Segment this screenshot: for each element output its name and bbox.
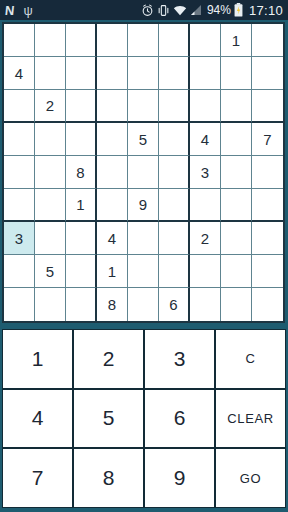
key-2[interactable]: 2: [73, 329, 144, 389]
cell-r5c8[interactable]: [221, 156, 252, 189]
key-clear[interactable]: CLEAR: [215, 389, 286, 449]
cell-r3c5[interactable]: [128, 90, 159, 123]
key-6[interactable]: 6: [144, 389, 215, 449]
cell-r2c3[interactable]: [66, 57, 97, 90]
cell-r8c1[interactable]: [4, 255, 35, 288]
usb-icon: ψ: [23, 4, 32, 17]
cell-r7c3[interactable]: [66, 222, 97, 255]
cell-r2c7[interactable]: [190, 57, 221, 90]
cell-r5c2[interactable]: [35, 156, 66, 189]
cell-r8c2[interactable]: 5: [35, 255, 66, 288]
cell-r2c2[interactable]: [35, 57, 66, 90]
cell-r1c8[interactable]: 1: [221, 24, 252, 57]
cell-r6c4[interactable]: [97, 189, 128, 222]
vibrate-icon: [157, 4, 170, 17]
cell-r8c9[interactable]: [252, 255, 283, 288]
key-3[interactable]: 3: [144, 329, 215, 389]
cell-r2c4[interactable]: [97, 57, 128, 90]
cell-r1c1[interactable]: [4, 24, 35, 57]
cell-r5c4[interactable]: [97, 156, 128, 189]
cell-r5c6[interactable]: [159, 156, 190, 189]
keypad-frame: 123C456CLEAR789GO: [0, 326, 288, 512]
cell-r8c8[interactable]: [221, 255, 252, 288]
cell-r1c4[interactable]: [97, 24, 128, 57]
cell-r6c8[interactable]: [221, 189, 252, 222]
cell-r9c4[interactable]: 8: [97, 288, 128, 321]
cell-r7c8[interactable]: [221, 222, 252, 255]
cell-r1c7[interactable]: [190, 24, 221, 57]
key-c[interactable]: C: [215, 329, 286, 389]
cell-r9c9[interactable]: [252, 288, 283, 321]
cell-r6c2[interactable]: [35, 189, 66, 222]
cell-r5c3[interactable]: 8: [66, 156, 97, 189]
board-frame: 14254783193425186: [0, 20, 288, 326]
cell-r5c9[interactable]: [252, 156, 283, 189]
key-go[interactable]: GO: [215, 448, 286, 508]
cell-r3c6[interactable]: [159, 90, 190, 123]
cell-r9c1[interactable]: [4, 288, 35, 321]
cell-r4c1[interactable]: [4, 123, 35, 156]
cell-r7c7[interactable]: 2: [190, 222, 221, 255]
cell-r2c8[interactable]: [221, 57, 252, 90]
wifi-icon: [173, 4, 187, 16]
cell-r8c4[interactable]: 1: [97, 255, 128, 288]
cell-r9c2[interactable]: [35, 288, 66, 321]
cell-r5c5[interactable]: [128, 156, 159, 189]
alarm-icon: [141, 4, 154, 17]
cell-r6c9[interactable]: [252, 189, 283, 222]
cell-r6c1[interactable]: [4, 189, 35, 222]
cell-r8c3[interactable]: [66, 255, 97, 288]
cell-r8c6[interactable]: [159, 255, 190, 288]
keypad: 123C456CLEAR789GO: [2, 329, 286, 508]
cell-r4c3[interactable]: [66, 123, 97, 156]
battery-icon: [234, 3, 243, 17]
cell-r2c5[interactable]: [128, 57, 159, 90]
cell-r4c9[interactable]: 7: [252, 123, 283, 156]
cell-r6c6[interactable]: [159, 189, 190, 222]
cell-r4c8[interactable]: [221, 123, 252, 156]
cell-r9c3[interactable]: [66, 288, 97, 321]
cell-r2c1[interactable]: 4: [4, 57, 35, 90]
key-1[interactable]: 1: [2, 329, 73, 389]
nfc-icon: N: [4, 3, 15, 18]
cell-r6c3[interactable]: 1: [66, 189, 97, 222]
cell-signal-icon: [190, 4, 202, 16]
cell-r9c8[interactable]: [221, 288, 252, 321]
cell-r3c3[interactable]: [66, 90, 97, 123]
cell-r7c4[interactable]: 4: [97, 222, 128, 255]
cell-r1c3[interactable]: [66, 24, 97, 57]
cell-r7c6[interactable]: [159, 222, 190, 255]
cell-r4c7[interactable]: 4: [190, 123, 221, 156]
cell-r7c5[interactable]: [128, 222, 159, 255]
cell-r7c2[interactable]: [35, 222, 66, 255]
key-5[interactable]: 5: [73, 389, 144, 449]
cell-r6c7[interactable]: [190, 189, 221, 222]
cell-r4c4[interactable]: [97, 123, 128, 156]
cell-r9c6[interactable]: 6: [159, 288, 190, 321]
clock-time: 17:10: [249, 3, 283, 18]
cell-r3c7[interactable]: [190, 90, 221, 123]
cell-r3c2[interactable]: 2: [35, 90, 66, 123]
cell-r3c9[interactable]: [252, 90, 283, 123]
cell-r1c6[interactable]: [159, 24, 190, 57]
sudoku-board: 14254783193425186: [2, 22, 285, 323]
cell-r1c9[interactable]: [252, 24, 283, 57]
cell-r9c7[interactable]: [190, 288, 221, 321]
key-4[interactable]: 4: [2, 389, 73, 449]
cell-r5c7[interactable]: 3: [190, 156, 221, 189]
key-7[interactable]: 7: [2, 448, 73, 508]
cell-r4c6[interactable]: [159, 123, 190, 156]
battery-percent: 94%: [207, 3, 231, 17]
cell-r3c1[interactable]: [4, 90, 35, 123]
status-bar: N ψ 94%: [0, 0, 288, 20]
cell-r8c5[interactable]: [128, 255, 159, 288]
cell-r7c9[interactable]: [252, 222, 283, 255]
key-9[interactable]: 9: [144, 448, 215, 508]
cell-r3c4[interactable]: [97, 90, 128, 123]
cell-r3c8[interactable]: [221, 90, 252, 123]
key-8[interactable]: 8: [73, 448, 144, 508]
cell-r9c5[interactable]: [128, 288, 159, 321]
cell-r7c1[interactable]: 3: [4, 222, 35, 255]
cell-r5c1[interactable]: [4, 156, 35, 189]
cell-r1c2[interactable]: [35, 24, 66, 57]
cell-r4c5[interactable]: 5: [128, 123, 159, 156]
cell-r2c9[interactable]: [252, 57, 283, 90]
cell-r6c5[interactable]: 9: [128, 189, 159, 222]
cell-r4c2[interactable]: [35, 123, 66, 156]
cell-r8c7[interactable]: [190, 255, 221, 288]
cell-r1c5[interactable]: [128, 24, 159, 57]
cell-r2c6[interactable]: [159, 57, 190, 90]
